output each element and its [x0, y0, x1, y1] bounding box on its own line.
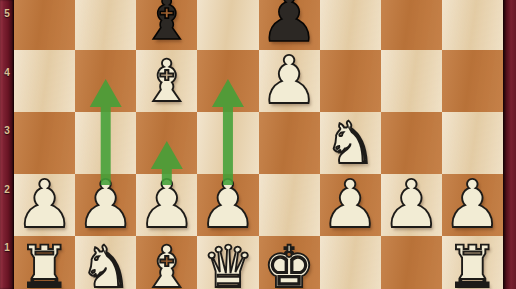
square-c2[interactable]: ♟ [136, 174, 197, 236]
chess-board: ♝♟♝♟♞♟♟♟♟♟♟♟♜♞♝♛♚♜ [14, 0, 503, 289]
square-h1[interactable]: ♜ [442, 236, 503, 289]
square-g4[interactable] [381, 50, 442, 112]
square-b3[interactable] [75, 112, 136, 174]
white-pawn-f2[interactable]: ♟ [321, 172, 380, 238]
rank-label-1: 1 [0, 241, 14, 255]
square-c5[interactable]: ♝ [136, 0, 197, 50]
square-a3[interactable] [14, 112, 75, 174]
rank-label-5: 5 [0, 7, 14, 21]
square-f3[interactable]: ♞ [320, 112, 381, 174]
white-pawn-e4[interactable]: ♟ [259, 48, 318, 114]
square-g3[interactable] [381, 112, 442, 174]
square-b4[interactable] [75, 50, 136, 112]
square-e2[interactable] [259, 174, 320, 236]
rank-label-2: 2 [0, 183, 14, 197]
white-pawn-d2[interactable]: ♟ [198, 172, 257, 238]
white-pawn-h2[interactable]: ♟ [443, 172, 502, 238]
board-frame-left: 54321 [0, 0, 14, 289]
square-e4[interactable]: ♟ [259, 50, 320, 112]
square-a5[interactable] [14, 0, 75, 50]
white-pawn-a2[interactable]: ♟ [15, 172, 74, 238]
white-queen-d1[interactable]: ♛ [202, 238, 254, 289]
chess-board-screenshot: ♝♟♝♟♞♟♟♟♟♟♟♟♜♞♝♛♚♜ 54321 [0, 0, 516, 289]
white-rook-h1[interactable]: ♜ [446, 238, 498, 289]
white-pawn-b2[interactable]: ♟ [76, 172, 135, 238]
square-f1[interactable] [320, 236, 381, 289]
square-d1[interactable]: ♛ [197, 236, 258, 289]
square-f5[interactable] [320, 0, 381, 50]
square-g5[interactable] [381, 0, 442, 50]
square-c1[interactable]: ♝ [136, 236, 197, 289]
square-e3[interactable] [259, 112, 320, 174]
rank-label-3: 3 [0, 124, 14, 138]
square-d5[interactable] [197, 0, 258, 50]
square-d3[interactable] [197, 112, 258, 174]
square-c3[interactable] [136, 112, 197, 174]
square-b5[interactable] [75, 0, 136, 50]
square-a2[interactable]: ♟ [14, 174, 75, 236]
square-f4[interactable] [320, 50, 381, 112]
square-b2[interactable]: ♟ [75, 174, 136, 236]
black-bishop-c5[interactable]: ♝ [141, 0, 193, 48]
board-frame-right [503, 0, 516, 289]
square-g1[interactable] [381, 236, 442, 289]
square-f2[interactable]: ♟ [320, 174, 381, 236]
rank-label-4: 4 [0, 66, 14, 80]
square-h4[interactable] [442, 50, 503, 112]
square-c4[interactable]: ♝ [136, 50, 197, 112]
square-h3[interactable] [442, 112, 503, 174]
square-a1[interactable]: ♜ [14, 236, 75, 289]
white-king-e1[interactable]: ♚ [263, 238, 315, 289]
square-d4[interactable] [197, 50, 258, 112]
square-h5[interactable] [442, 0, 503, 50]
white-rook-a1[interactable]: ♜ [19, 238, 71, 289]
square-g2[interactable]: ♟ [381, 174, 442, 236]
square-h2[interactable]: ♟ [442, 174, 503, 236]
square-a4[interactable] [14, 50, 75, 112]
square-b1[interactable]: ♞ [75, 236, 136, 289]
white-bishop-c1[interactable]: ♝ [141, 238, 193, 289]
square-e1[interactable]: ♚ [259, 236, 320, 289]
white-knight-f3[interactable]: ♞ [324, 114, 376, 172]
white-bishop-c4[interactable]: ♝ [141, 52, 193, 110]
square-d2[interactable]: ♟ [197, 174, 258, 236]
white-pawn-c2[interactable]: ♟ [137, 172, 196, 238]
white-pawn-g2[interactable]: ♟ [382, 172, 441, 238]
white-knight-b1[interactable]: ♞ [80, 238, 132, 289]
